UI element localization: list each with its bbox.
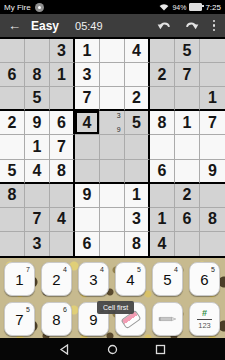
nav-home-icon[interactable] [107,344,118,355]
cell-r7c5[interactable] [100,184,125,208]
cell-r1c8[interactable]: 5 [175,39,200,63]
cell-r1c7[interactable] [150,39,175,63]
cell-r3c2[interactable]: 5 [25,87,50,111]
overflow-menu-icon[interactable] [211,18,218,34]
keypad-wallpaper: 172434455465 758693 # 123 [0,258,225,338]
cell-r8c6[interactable]: 3 [125,208,150,232]
cell-r9c1[interactable] [0,232,25,256]
key-7[interactable]: 75 [4,302,35,336]
cell-r6c8[interactable] [175,160,200,184]
cell-r9c4[interactable]: 6 [75,232,100,256]
cell-r3c3[interactable] [50,87,75,111]
difficulty-title: Easy [31,19,59,33]
key-3[interactable]: 34 [78,262,109,296]
cell-r3c8[interactable] [175,87,200,111]
cell-r2c8[interactable]: 7 [175,63,200,87]
hash-123-icon: # 123 [197,309,212,330]
status-bar: My Fire 94% 7:25 [0,0,225,14]
key-6[interactable]: 65 [189,262,220,296]
cell-r8c8[interactable]: 6 [175,208,200,232]
cell-r3c5[interactable] [100,87,125,111]
cell-r1c6[interactable]: 4 [125,39,150,63]
cell-r9c7[interactable]: 4 [150,232,175,256]
cell-r7c6[interactable]: 1 [125,184,150,208]
cell-r2c7[interactable]: 2 [150,63,175,87]
cell-r9c5[interactable] [100,232,125,256]
cell-r7c8[interactable]: 2 [175,184,200,208]
cell-r3c1[interactable] [0,87,25,111]
cell-r5c5[interactable] [100,135,125,159]
cell-r5c9[interactable] [200,135,225,159]
pencil-button[interactable] [152,302,183,336]
cell-r6c4[interactable] [75,160,100,184]
cell-r6c2[interactable]: 4 [25,160,50,184]
cell-r6c3[interactable]: 8 [50,160,75,184]
cell-r9c6[interactable]: 8 [125,232,150,256]
cell-r6c6[interactable] [125,160,150,184]
cell-r4c7[interactable]: 8 [150,111,175,135]
nav-back-icon[interactable] [59,344,70,355]
cell-r7c2[interactable] [25,184,50,208]
cell-r5c3[interactable]: 7 [50,135,75,159]
sudoku-app-screen: My Fire 94% 7:25 ← Easy 05:49 [0,0,225,360]
notification-icon [35,3,44,12]
cell-r7c9[interactable] [200,184,225,208]
key-5[interactable]: 54 [152,262,183,296]
cell-r5c2[interactable]: 1 [25,135,50,159]
cell-r2c2[interactable]: 8 [25,63,50,87]
cell-r1c1[interactable] [0,39,25,63]
cell-r8c7[interactable]: 1 [150,208,175,232]
cell-r6c9[interactable]: 9 [200,160,225,184]
android-nav-bar [0,338,225,360]
cell-r5c6[interactable] [125,135,150,159]
undo-button[interactable] [157,20,172,31]
cell-r5c8[interactable] [175,135,200,159]
cell-r8c2[interactable]: 7 [25,208,50,232]
cell-r4c4[interactable]: 4 [75,111,100,135]
cell-r1c4[interactable]: 1 [75,39,100,63]
cell-r9c2[interactable]: 3 [25,232,50,256]
cell-r4c2[interactable]: 9 [25,111,50,135]
carrier-label: My Fire [4,3,31,12]
back-button[interactable]: ← [8,19,21,32]
cell-r7c4[interactable]: 9 [75,184,100,208]
cell-r5c7[interactable] [150,135,175,159]
cell-r4c6[interactable]: 5 [125,111,150,135]
cell-r8c9[interactable]: 8 [200,208,225,232]
cell-r2c1[interactable]: 6 [0,63,25,87]
key-1[interactable]: 17 [4,262,35,296]
cell-r7c1[interactable]: 8 [0,184,25,208]
cell-r5c4[interactable] [75,135,100,159]
cell-r7c7[interactable] [150,184,175,208]
input-mode-tooltip: Cell first [97,301,134,314]
nav-recents-icon[interactable] [155,344,166,355]
cell-r1c5[interactable] [100,39,125,63]
cell-r7c3[interactable] [50,184,75,208]
redo-button[interactable] [184,20,199,31]
cell-r6c7[interactable]: 6 [150,160,175,184]
game-timer: 05:49 [75,20,103,32]
cell-r2c3[interactable]: 1 [50,63,75,87]
cell-r8c5[interactable] [100,208,125,232]
pencil-icon [158,315,178,323]
cell-r2c5[interactable] [100,63,125,87]
cell-r8c3[interactable]: 4 [50,208,75,232]
cell-r4c3[interactable]: 6 [50,111,75,135]
wifi-icon [159,3,169,11]
input-mode-button[interactable]: # 123 [189,302,220,336]
keypad-row-1: 172434455465 [4,262,220,296]
cell-r1c2[interactable] [25,39,50,63]
key-8[interactable]: 86 [41,302,72,336]
cell-r8c1[interactable] [0,208,25,232]
cell-r2c6[interactable] [125,63,150,87]
cell-r9c3[interactable] [50,232,75,256]
cell-r5c1[interactable] [0,135,25,159]
cell-r4c8[interactable]: 1 [175,111,200,135]
cell-r6c1[interactable]: 5 [0,160,25,184]
cell-r3c7[interactable] [150,87,175,111]
battery-icon [189,3,202,11]
cell-r2c4[interactable]: 3 [75,63,100,87]
cell-r2c9[interactable] [200,63,225,87]
cell-r8c4[interactable] [75,208,100,232]
key-4[interactable]: 45 [115,262,146,296]
cell-r3c9[interactable]: 1 [200,87,225,111]
cell-r4c9[interactable]: 7 [200,111,225,135]
action-bar: ← Easy 05:49 [0,14,225,37]
cell-r3c4[interactable]: 7 [75,87,100,111]
cell-r9c9[interactable] [200,232,225,256]
cell-r6c5[interactable] [100,160,125,184]
sudoku-board: 3145681327572129643958171754869891274316… [0,37,225,258]
cell-r1c9[interactable] [200,39,225,63]
battery-percent: 94% [172,4,186,11]
cell-r4c5[interactable]: 39 [100,111,125,135]
cell-r1c3[interactable]: 3 [50,39,75,63]
clock: 7:25 [205,3,221,12]
key-2[interactable]: 24 [41,262,72,296]
cell-r4c1[interactable]: 2 [0,111,25,135]
cell-r9c8[interactable] [175,232,200,256]
cell-r3c6[interactable]: 2 [125,87,150,111]
